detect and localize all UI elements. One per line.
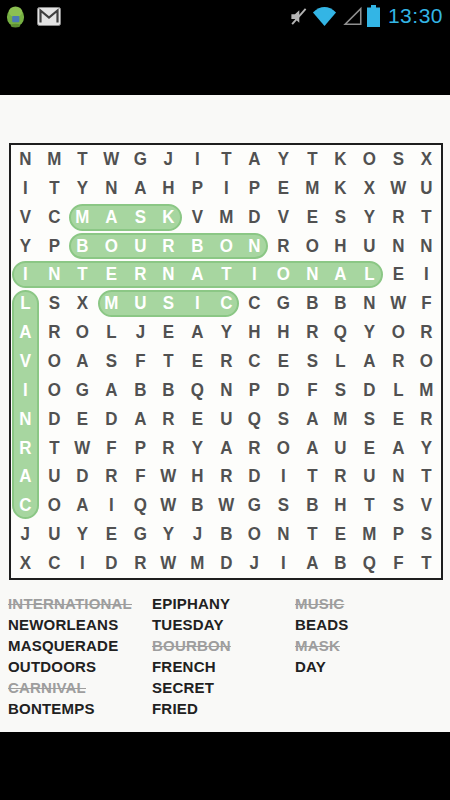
- grid-cell-r6c7[interactable]: I: [184, 289, 211, 318]
- board-frame: NMTWGJITAYTKOSXITYNAHPIPEMKXWUVCMASKVMDV…: [9, 143, 443, 580]
- grid-cell-r9c3[interactable]: G: [69, 376, 96, 405]
- word-bontemps: BONTEMPS: [8, 698, 152, 719]
- grid-cell-r5c13[interactable]: L: [356, 260, 383, 289]
- grid-cell-r7c4[interactable]: L: [98, 318, 125, 347]
- grid-cell-r14c1[interactable]: J: [12, 520, 39, 549]
- grid-cell-r5c9[interactable]: I: [241, 260, 268, 289]
- wifi-icon: [311, 5, 338, 27]
- grid-cell-r10c4[interactable]: D: [98, 405, 125, 434]
- grid-cell-r12c2[interactable]: U: [41, 463, 68, 492]
- grid-cell-r14c6[interactable]: Y: [155, 520, 182, 549]
- grid-cell-r5c4[interactable]: E: [98, 260, 125, 289]
- grid-cell-r13c11[interactable]: B: [299, 491, 326, 520]
- word-music: MUSIC: [295, 593, 450, 614]
- word-carnival: CARNIVAL: [8, 677, 152, 698]
- grid-cell-r3c4[interactable]: A: [98, 203, 125, 232]
- grid-cell-r4c6[interactable]: R: [155, 232, 182, 261]
- grid-cell-r11c11[interactable]: A: [299, 434, 326, 463]
- grid-cell-r9c2[interactable]: O: [41, 376, 68, 405]
- grid-cell-r14c3[interactable]: Y: [69, 520, 96, 549]
- grid-cell-r7c1[interactable]: A: [12, 318, 39, 347]
- app-header: [0, 32, 450, 95]
- grid-cell-r10c10[interactable]: S: [270, 405, 297, 434]
- word-fried: FRIED: [152, 698, 295, 719]
- grid-cell-r15c4[interactable]: D: [98, 549, 125, 578]
- grid-cell-r12c8[interactable]: R: [213, 463, 240, 492]
- grid-cell-r2c5[interactable]: A: [127, 174, 154, 203]
- grid-cell-r8c8[interactable]: R: [213, 347, 240, 376]
- grid-cell-r11c5[interactable]: P: [127, 434, 154, 463]
- status-bar[interactable]: 13:30: [0, 0, 450, 32]
- grid-cell-r2c8[interactable]: I: [213, 174, 240, 203]
- grid-cell-r12c13[interactable]: U: [356, 463, 383, 492]
- grid-cell-r14c7[interactable]: J: [184, 520, 211, 549]
- grid-cell-r10c7[interactable]: E: [184, 405, 211, 434]
- grid-cell-r11c13[interactable]: E: [356, 434, 383, 463]
- grid-cell-r11c15[interactable]: Y: [413, 434, 440, 463]
- grid-cell-r8c15[interactable]: O: [413, 347, 440, 376]
- grid-cell-r15c1[interactable]: X: [12, 549, 39, 578]
- grid-cell-r3c13[interactable]: Y: [356, 203, 383, 232]
- word-neworleans: NEWORLEANS: [8, 614, 152, 635]
- grid-cell-r14c8[interactable]: B: [213, 520, 240, 549]
- word-tuesday: TUESDAY: [152, 614, 295, 635]
- word-list-column-2: EPIPHANYTUESDAYBOURBONFRENCHSECRETFRIED: [152, 593, 295, 719]
- grid-cell-r10c13[interactable]: S: [356, 405, 383, 434]
- word-international: INTERNATIONAL: [8, 593, 152, 614]
- grid-cell-r4c3[interactable]: B: [69, 232, 96, 261]
- grid-cell-r14c5[interactable]: G: [127, 520, 154, 549]
- grid-cell-r1c2[interactable]: M: [41, 145, 68, 174]
- grid-cell-r1c5[interactable]: G: [127, 145, 154, 174]
- grid-cell-r13c3[interactable]: A: [69, 491, 96, 520]
- grid-cell-r10c3[interactable]: E: [69, 405, 96, 434]
- grid-cell-r6c2[interactable]: S: [41, 289, 68, 318]
- grid-cell-r2c2[interactable]: T: [41, 174, 68, 203]
- grid-cell-r4c4[interactable]: O: [98, 232, 125, 261]
- grid-cell-r9c11[interactable]: F: [299, 376, 326, 405]
- grid-cell-r7c2[interactable]: R: [41, 318, 68, 347]
- grid-cell-r6c5[interactable]: U: [127, 289, 154, 318]
- grid-cell-r5c3[interactable]: T: [69, 260, 96, 289]
- grid-cell-r11c6[interactable]: R: [155, 434, 182, 463]
- grid-cell-r13c6[interactable]: W: [155, 491, 182, 520]
- grid-cell-r5c1[interactable]: I: [12, 260, 39, 289]
- grid-cell-r3c3[interactable]: M: [69, 203, 96, 232]
- grid-cell-r15c12[interactable]: B: [327, 549, 354, 578]
- word-masquerade: MASQUERADE: [8, 635, 152, 656]
- grid-cell-r4c8[interactable]: O: [213, 232, 240, 261]
- grid-cell-r1c11[interactable]: T: [299, 145, 326, 174]
- word-epiphany: EPIPHANY: [152, 593, 295, 614]
- grid-cell-r7c9[interactable]: H: [241, 318, 268, 347]
- grid-cell-r14c13[interactable]: M: [356, 520, 383, 549]
- grid-cell-r6c11[interactable]: B: [299, 289, 326, 318]
- grid-cell-r6c8[interactable]: C: [213, 289, 240, 318]
- word-list-column-3: MUSICBEADSMASKDAY: [295, 593, 450, 719]
- grid-cell-r4c12[interactable]: H: [327, 232, 354, 261]
- grid-cell-r2c10[interactable]: E: [270, 174, 297, 203]
- grid-cell-r11c3[interactable]: W: [69, 434, 96, 463]
- word-day: DAY: [295, 656, 450, 677]
- grid-cell-r6c14[interactable]: W: [385, 289, 412, 318]
- grid-cell-r15c7[interactable]: M: [184, 549, 211, 578]
- grid-cell-r9c14[interactable]: L: [385, 376, 412, 405]
- grid-cell-r13c12[interactable]: H: [327, 491, 354, 520]
- grid-cell-r1c7[interactable]: I: [184, 145, 211, 174]
- grid-cell-r11c1[interactable]: R: [12, 434, 39, 463]
- grid-cell-r2c6[interactable]: H: [155, 174, 182, 203]
- grid-cell-r8c2[interactable]: O: [41, 347, 68, 376]
- grid-cell-r6c4[interactable]: M: [98, 289, 125, 318]
- grid-cell-r10c2[interactable]: D: [41, 405, 68, 434]
- grid-cell-r7c5[interactable]: J: [127, 318, 154, 347]
- grid-cell-r1c12[interactable]: K: [327, 145, 354, 174]
- grid-cell-r12c4[interactable]: R: [98, 463, 125, 492]
- grid-cell-r13c10[interactable]: S: [270, 491, 297, 520]
- grid-cell-r13c5[interactable]: Q: [127, 491, 154, 520]
- grid-cell-r6c13[interactable]: N: [356, 289, 383, 318]
- grid-cell-r8c6[interactable]: T: [155, 347, 182, 376]
- grid-cell-r8c10[interactable]: E: [270, 347, 297, 376]
- grid-cell-r12c10[interactable]: I: [270, 463, 297, 492]
- grid-cell-r7c11[interactable]: R: [299, 318, 326, 347]
- grid-cell-r5c11[interactable]: N: [299, 260, 326, 289]
- grid-cell-r10c12[interactable]: M: [327, 405, 354, 434]
- word-bourbon: BOURBON: [152, 635, 295, 656]
- grid-cell-r11c4[interactable]: F: [98, 434, 125, 463]
- grid-cell-r3c12[interactable]: S: [327, 203, 354, 232]
- grid-cell-r10c5[interactable]: A: [127, 405, 154, 434]
- grid-cell-r14c4[interactable]: E: [98, 520, 125, 549]
- word-beads: BEADS: [295, 614, 450, 635]
- grid-cell-r4c1[interactable]: Y: [12, 232, 39, 261]
- grid-cell-r10c9[interactable]: Q: [241, 405, 268, 434]
- grid-cell-r1c9[interactable]: A: [241, 145, 268, 174]
- grid-cell-r9c15[interactable]: M: [413, 376, 440, 405]
- grid-cell-r6c12[interactable]: B: [327, 289, 354, 318]
- grid-cell-r12c11[interactable]: T: [299, 463, 326, 492]
- grid-cell-r12c3[interactable]: D: [69, 463, 96, 492]
- grid-cell-r9c7[interactable]: Q: [184, 376, 211, 405]
- signal-icon: [341, 5, 364, 27]
- grid-cell-r1c8[interactable]: T: [213, 145, 240, 174]
- grid-cell-r11c2[interactable]: T: [41, 434, 68, 463]
- battery-icon: [367, 5, 380, 27]
- grid-cell-r6c9[interactable]: C: [241, 289, 268, 318]
- grid-cell-r8c4[interactable]: S: [98, 347, 125, 376]
- grid-cell-r3c9[interactable]: D: [241, 203, 268, 232]
- grid-cell-r6c6[interactable]: S: [155, 289, 182, 318]
- grid-cell-r10c8[interactable]: U: [213, 405, 240, 434]
- grid-cell-r12c6[interactable]: W: [155, 463, 182, 492]
- grid-cell-r13c14[interactable]: S: [385, 491, 412, 520]
- grid-cell-r15c10[interactable]: I: [270, 549, 297, 578]
- grid-cell-r5c5[interactable]: R: [127, 260, 154, 289]
- grid-cell-r3c8[interactable]: M: [213, 203, 240, 232]
- grid-cell-r8c11[interactable]: S: [299, 347, 326, 376]
- grid-cell-r9c10[interactable]: D: [270, 376, 297, 405]
- grid-cell-r10c1[interactable]: N: [12, 405, 39, 434]
- grid-cell-r15c3[interactable]: I: [69, 549, 96, 578]
- word-mask: MASK: [295, 635, 450, 656]
- grid-cell-r13c15[interactable]: V: [413, 491, 440, 520]
- grid-cell-r7c6[interactable]: E: [155, 318, 182, 347]
- grid-cell-r3c1[interactable]: V: [12, 203, 39, 232]
- grid-cell-r2c15[interactable]: U: [413, 174, 440, 203]
- grid-cell-r3c7[interactable]: V: [184, 203, 211, 232]
- grid-cell-r4c10[interactable]: R: [270, 232, 297, 261]
- nav-bar: [0, 732, 450, 800]
- grid-cell-r4c13[interactable]: U: [356, 232, 383, 261]
- gmail-icon: [37, 7, 61, 26]
- grid-cell-r4c7[interactable]: B: [184, 232, 211, 261]
- grid-cell-r5c8[interactable]: T: [213, 260, 240, 289]
- grid-cell-r5c10[interactable]: O: [270, 260, 297, 289]
- grid-cell-r2c12[interactable]: K: [327, 174, 354, 203]
- grid-cell-r6c1[interactable]: L: [12, 289, 39, 318]
- grid-cell-r12c9[interactable]: D: [241, 463, 268, 492]
- grid-cell-r8c1[interactable]: V: [12, 347, 39, 376]
- grid-cell-r4c2[interactable]: P: [41, 232, 68, 261]
- grid-cell-r9c6[interactable]: B: [155, 376, 182, 405]
- grid-cell-r5c14[interactable]: E: [385, 260, 412, 289]
- grid-cell-r15c13[interactable]: Q: [356, 549, 383, 578]
- grid-cell-r15c8[interactable]: D: [213, 549, 240, 578]
- grid-cell-r8c7[interactable]: E: [184, 347, 211, 376]
- grid-cell-r9c9[interactable]: P: [241, 376, 268, 405]
- grid-cell-r5c15[interactable]: I: [413, 260, 440, 289]
- word-secret: SECRET: [152, 677, 295, 698]
- grid-cell-r4c5[interactable]: U: [127, 232, 154, 261]
- grid-cell-r11c10[interactable]: O: [270, 434, 297, 463]
- grid-cell-r8c13[interactable]: A: [356, 347, 383, 376]
- grid-cell-r15c9[interactable]: J: [241, 549, 268, 578]
- grid-cell-r13c4[interactable]: I: [98, 491, 125, 520]
- grid-cell-r12c7[interactable]: H: [184, 463, 211, 492]
- grid-cell-r11c8[interactable]: A: [213, 434, 240, 463]
- grid-cell-r14c14[interactable]: P: [385, 520, 412, 549]
- grid-cell-r1c15[interactable]: X: [413, 145, 440, 174]
- grid-cell-r15c6[interactable]: W: [155, 549, 182, 578]
- grid-cell-r4c9[interactable]: N: [241, 232, 268, 261]
- word-list: INTERNATIONALNEWORLEANSMASQUERADEOUTDOOR…: [0, 593, 450, 719]
- grid-cell-r1c13[interactable]: O: [356, 145, 383, 174]
- grid-cell-r2c14[interactable]: W: [385, 174, 412, 203]
- grid-cell-r10c15[interactable]: R: [413, 405, 440, 434]
- grid-cell-r6c15[interactable]: F: [413, 289, 440, 318]
- grid-cell-r5c7[interactable]: A: [184, 260, 211, 289]
- grid-cell-r11c14[interactable]: A: [385, 434, 412, 463]
- grid-cell-r9c4[interactable]: A: [98, 376, 125, 405]
- grid-cell-r9c12[interactable]: S: [327, 376, 354, 405]
- grid-cell-r1c1[interactable]: N: [12, 145, 39, 174]
- grid-cell-r12c5[interactable]: F: [127, 463, 154, 492]
- word-list-column-1: INTERNATIONALNEWORLEANSMASQUERADEOUTDOOR…: [8, 593, 152, 719]
- grid-cell-r14c10[interactable]: N: [270, 520, 297, 549]
- grid-cell-r14c9[interactable]: O: [241, 520, 268, 549]
- grid-cell-r9c8[interactable]: N: [213, 376, 240, 405]
- grid-cell-r15c2[interactable]: C: [41, 549, 68, 578]
- grid-cell-r7c13[interactable]: Y: [356, 318, 383, 347]
- grid-cell-r13c8[interactable]: W: [213, 491, 240, 520]
- grid-cell-r11c9[interactable]: R: [241, 434, 268, 463]
- grid-cell-r10c11[interactable]: A: [299, 405, 326, 434]
- grid-cell-r14c12[interactable]: E: [327, 520, 354, 549]
- grid-cell-r15c5[interactable]: R: [127, 549, 154, 578]
- grid-cell-r7c7[interactable]: A: [184, 318, 211, 347]
- grid-cell-r11c12[interactable]: U: [327, 434, 354, 463]
- grid-cell-r9c5[interactable]: B: [127, 376, 154, 405]
- grid-cell-r3c10[interactable]: V: [270, 203, 297, 232]
- grid-cell-r6c10[interactable]: G: [270, 289, 297, 318]
- grid-cell-r3c14[interactable]: R: [385, 203, 412, 232]
- grid-cell-r3c5[interactable]: S: [127, 203, 154, 232]
- grid-cell-r15c11[interactable]: A: [299, 549, 326, 578]
- grid-cell-r3c6[interactable]: K: [155, 203, 182, 232]
- grid-cell-r8c14[interactable]: R: [385, 347, 412, 376]
- mute-icon: [289, 7, 308, 26]
- grid-cell-r5c2[interactable]: N: [41, 260, 68, 289]
- grid-cell-r3c11[interactable]: E: [299, 203, 326, 232]
- grid-cell-r12c1[interactable]: A: [12, 463, 39, 492]
- grid-cell-r10c14[interactable]: E: [385, 405, 412, 434]
- grid-cell-r7c12[interactable]: Q: [327, 318, 354, 347]
- grid-cell-r5c6[interactable]: N: [155, 260, 182, 289]
- puzzle-screen: NMTWGJITAYTKOSXITYNAHPIPEMKXWUVCMASKVMDV…: [0, 95, 450, 732]
- grid-cell-r4c15[interactable]: N: [413, 232, 440, 261]
- grid-cell-r1c3[interactable]: T: [69, 145, 96, 174]
- grid-cell-r13c2[interactable]: O: [41, 491, 68, 520]
- grid-cell-r13c1[interactable]: C: [12, 491, 39, 520]
- grid-cell-r15c15[interactable]: T: [413, 549, 440, 578]
- word-french: FRENCH: [152, 656, 295, 677]
- grid-cell-r5c12[interactable]: A: [327, 260, 354, 289]
- grid-cell-r11c7[interactable]: Y: [184, 434, 211, 463]
- grid-cell-r9c1[interactable]: I: [12, 376, 39, 405]
- grid-cell-r8c9[interactable]: C: [241, 347, 268, 376]
- grid-cell-r7c15[interactable]: R: [413, 318, 440, 347]
- word-outdoors: OUTDOORS: [8, 656, 152, 677]
- grid-cell-r2c7[interactable]: P: [184, 174, 211, 203]
- grid-cell-r8c3[interactable]: A: [69, 347, 96, 376]
- grid-cell-r7c3[interactable]: O: [69, 318, 96, 347]
- word-search-grid[interactable]: NMTWGJITAYTKOSXITYNAHPIPEMKXWUVCMASKVMDV…: [11, 145, 441, 578]
- grid-cell-r10c6[interactable]: R: [155, 405, 182, 434]
- grid-cell-r12c15[interactable]: T: [413, 463, 440, 492]
- grid-cell-r1c6[interactable]: J: [155, 145, 182, 174]
- grid-cell-r2c3[interactable]: Y: [69, 174, 96, 203]
- grid-cell-r13c9[interactable]: G: [241, 491, 268, 520]
- grid-cell-r8c12[interactable]: L: [327, 347, 354, 376]
- grid-cell-r12c12[interactable]: R: [327, 463, 354, 492]
- grid-cell-r13c13[interactable]: T: [356, 491, 383, 520]
- grid-cell-r6c3[interactable]: X: [69, 289, 96, 318]
- clock: 13:30: [388, 4, 445, 28]
- grid-cell-r1c4[interactable]: W: [98, 145, 125, 174]
- grid-cell-r8c5[interactable]: F: [127, 347, 154, 376]
- grid-cell-r14c11[interactable]: T: [299, 520, 326, 549]
- grid-cell-r2c1[interactable]: I: [12, 174, 39, 203]
- grid-cell-r15c14[interactable]: F: [385, 549, 412, 578]
- grid-cell-r1c14[interactable]: S: [385, 145, 412, 174]
- grid-cell-r4c11[interactable]: O: [299, 232, 326, 261]
- grid-cell-r7c10[interactable]: H: [270, 318, 297, 347]
- grid-cell-r2c13[interactable]: X: [356, 174, 383, 203]
- grid-cell-r14c2[interactable]: U: [41, 520, 68, 549]
- grid-cell-r9c13[interactable]: D: [356, 376, 383, 405]
- grid-cell-r12c14[interactable]: N: [385, 463, 412, 492]
- grid-cell-r3c15[interactable]: T: [413, 203, 440, 232]
- grid-cell-r2c4[interactable]: N: [98, 174, 125, 203]
- grid-cell-r7c14[interactable]: O: [385, 318, 412, 347]
- grid-cell-r1c10[interactable]: Y: [270, 145, 297, 174]
- grid-cell-r3c2[interactable]: C: [41, 203, 68, 232]
- grid-cell-r14c15[interactable]: S: [413, 520, 440, 549]
- grid-cell-r7c8[interactable]: Y: [213, 318, 240, 347]
- grid-cell-r2c9[interactable]: P: [241, 174, 268, 203]
- grid-cell-r13c7[interactable]: B: [184, 491, 211, 520]
- grid-cell-r2c11[interactable]: M: [299, 174, 326, 203]
- grid-cell-r4c14[interactable]: N: [385, 232, 412, 261]
- android-mascot-icon: [5, 4, 26, 28]
